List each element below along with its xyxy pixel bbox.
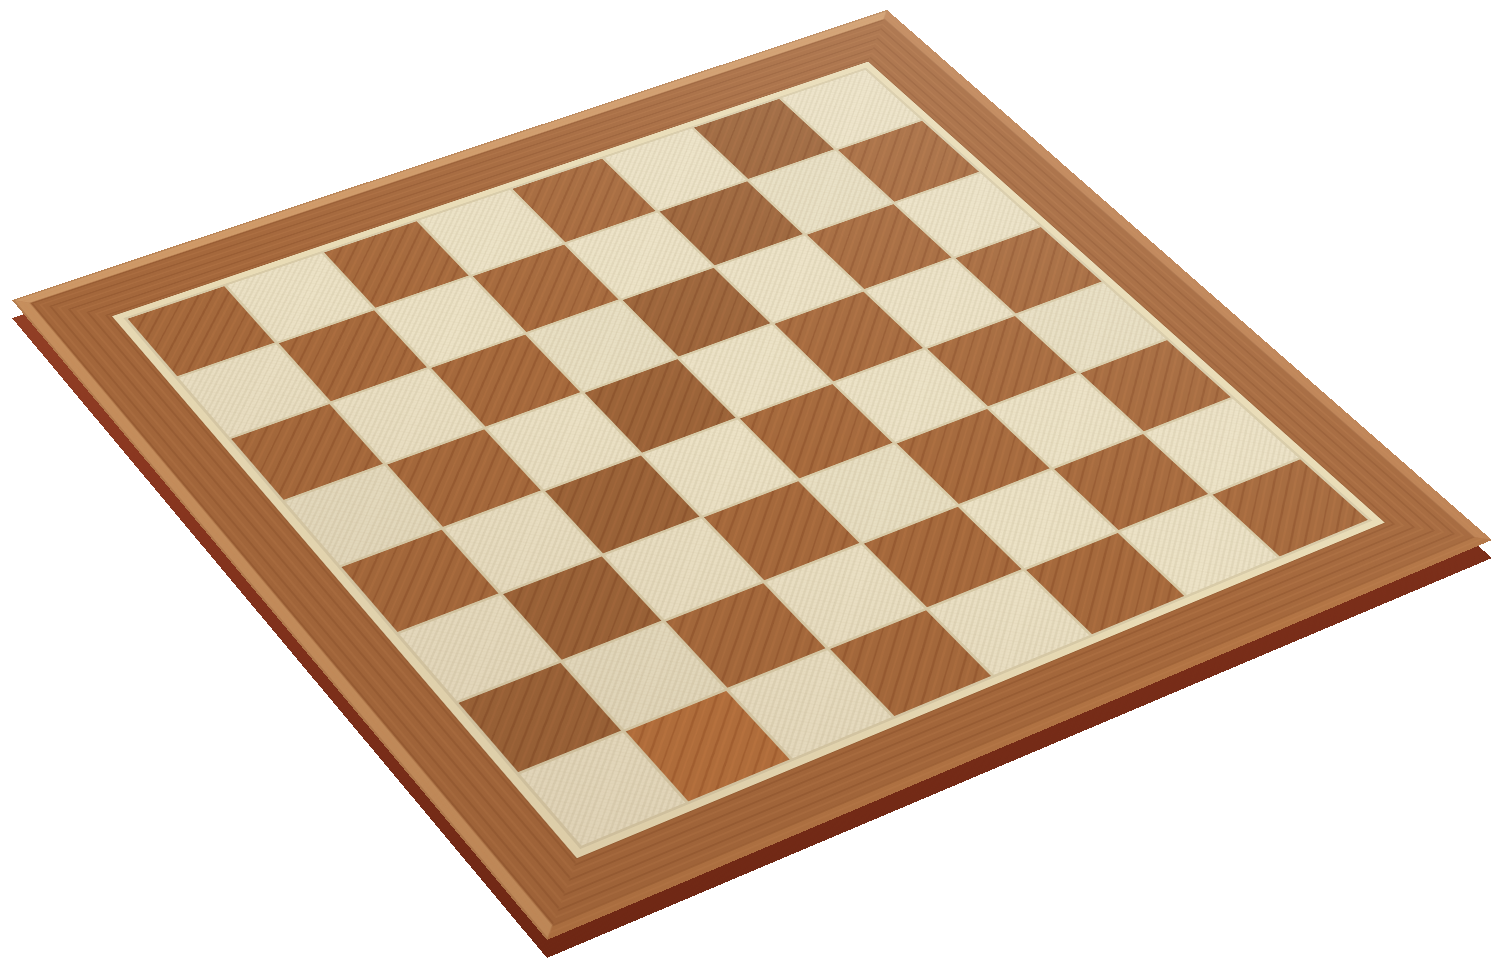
product-photo-scene xyxy=(0,0,1500,967)
board-squares xyxy=(123,68,1372,849)
chess-board xyxy=(12,10,1492,940)
